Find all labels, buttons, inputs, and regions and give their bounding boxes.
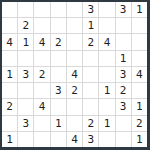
puzzle-board: 33121414224113243432122431312121431 xyxy=(0,0,150,150)
cell-r2c7[interactable] xyxy=(99,18,114,33)
cell-r5c3[interactable]: 2 xyxy=(34,67,49,82)
cell-r4c4[interactable] xyxy=(51,51,66,66)
cell-r3c8[interactable] xyxy=(116,34,131,49)
cell-r3c1[interactable]: 4 xyxy=(2,34,17,49)
cell-r2c5[interactable] xyxy=(67,18,82,33)
cell-r1c4[interactable] xyxy=(51,2,66,17)
cell-r8c8[interactable] xyxy=(116,116,131,131)
cell-r9c6[interactable]: 3 xyxy=(83,132,98,147)
cell-r9c4[interactable] xyxy=(51,132,66,147)
cell-r4c3[interactable] xyxy=(34,51,49,66)
cell-r3c7[interactable]: 4 xyxy=(99,34,114,49)
cell-r2c6[interactable]: 1 xyxy=(83,18,98,33)
cell-r8c7[interactable]: 1 xyxy=(99,116,114,131)
cell-r6c7[interactable]: 1 xyxy=(99,83,114,98)
cell-r1c9[interactable]: 1 xyxy=(132,2,147,17)
cell-r5c9[interactable]: 4 xyxy=(132,67,147,82)
cell-r1c5[interactable] xyxy=(67,2,82,17)
cell-r4c2[interactable] xyxy=(18,51,33,66)
cell-r3c4[interactable]: 2 xyxy=(51,34,66,49)
cell-r3c9[interactable] xyxy=(132,34,147,49)
cell-r7c5[interactable] xyxy=(67,99,82,114)
cell-r9c7[interactable] xyxy=(99,132,114,147)
cell-r8c9[interactable]: 2 xyxy=(132,116,147,131)
cell-r7c7[interactable] xyxy=(99,99,114,114)
cell-r3c5[interactable] xyxy=(67,34,82,49)
cell-r5c1[interactable]: 1 xyxy=(2,67,17,82)
cell-r6c9[interactable] xyxy=(132,83,147,98)
cell-r7c9[interactable]: 1 xyxy=(132,99,147,114)
cell-r6c2[interactable] xyxy=(18,83,33,98)
cell-r2c1[interactable] xyxy=(2,18,17,33)
cell-r4c1[interactable] xyxy=(2,51,17,66)
cell-r1c8[interactable]: 3 xyxy=(116,2,131,17)
cell-r2c2[interactable]: 2 xyxy=(18,18,33,33)
cell-r9c3[interactable] xyxy=(34,132,49,147)
cell-r6c3[interactable] xyxy=(34,83,49,98)
cell-r5c5[interactable]: 4 xyxy=(67,67,82,82)
cell-r8c5[interactable] xyxy=(67,116,82,131)
cell-r7c8[interactable]: 3 xyxy=(116,99,131,114)
cell-r7c6[interactable] xyxy=(83,99,98,114)
cell-r5c8[interactable]: 3 xyxy=(116,67,131,82)
cell-r8c6[interactable]: 2 xyxy=(83,116,98,131)
cell-r7c4[interactable] xyxy=(51,99,66,114)
cell-r9c8[interactable] xyxy=(116,132,131,147)
cell-r8c4[interactable]: 1 xyxy=(51,116,66,131)
cell-r1c3[interactable] xyxy=(34,2,49,17)
cell-r4c6[interactable] xyxy=(83,51,98,66)
cell-r1c2[interactable] xyxy=(18,2,33,17)
cell-r2c4[interactable] xyxy=(51,18,66,33)
cell-r1c6[interactable]: 3 xyxy=(83,2,98,17)
cell-r4c9[interactable] xyxy=(132,51,147,66)
cell-r6c5[interactable]: 2 xyxy=(67,83,82,98)
cell-r2c9[interactable] xyxy=(132,18,147,33)
cell-r1c7[interactable] xyxy=(99,2,114,17)
cell-r7c2[interactable] xyxy=(18,99,33,114)
cell-r8c3[interactable] xyxy=(34,116,49,131)
cell-r3c2[interactable]: 1 xyxy=(18,34,33,49)
cell-r5c6[interactable] xyxy=(83,67,98,82)
cell-r1c1[interactable] xyxy=(2,2,17,17)
cell-r9c9[interactable]: 1 xyxy=(132,132,147,147)
cell-r9c2[interactable] xyxy=(18,132,33,147)
cell-r4c7[interactable] xyxy=(99,51,114,66)
cell-r9c1[interactable]: 1 xyxy=(2,132,17,147)
cell-r2c8[interactable] xyxy=(116,18,131,33)
cell-r5c7[interactable] xyxy=(99,67,114,82)
cell-r6c8[interactable]: 2 xyxy=(116,83,131,98)
cell-r4c8[interactable]: 1 xyxy=(116,51,131,66)
cell-r4c5[interactable] xyxy=(67,51,82,66)
cell-r6c1[interactable] xyxy=(2,83,17,98)
cell-r3c3[interactable]: 4 xyxy=(34,34,49,49)
cell-r6c6[interactable] xyxy=(83,83,98,98)
cell-r7c3[interactable]: 4 xyxy=(34,99,49,114)
cell-r3c6[interactable]: 2 xyxy=(83,34,98,49)
cell-r8c2[interactable]: 3 xyxy=(18,116,33,131)
cell-r5c4[interactable] xyxy=(51,67,66,82)
cell-r9c5[interactable]: 4 xyxy=(67,132,82,147)
cell-r2c3[interactable] xyxy=(34,18,49,33)
cell-r8c1[interactable] xyxy=(2,116,17,131)
cell-r6c4[interactable]: 3 xyxy=(51,83,66,98)
cell-r5c2[interactable]: 3 xyxy=(18,67,33,82)
cell-r7c1[interactable]: 2 xyxy=(2,99,17,114)
